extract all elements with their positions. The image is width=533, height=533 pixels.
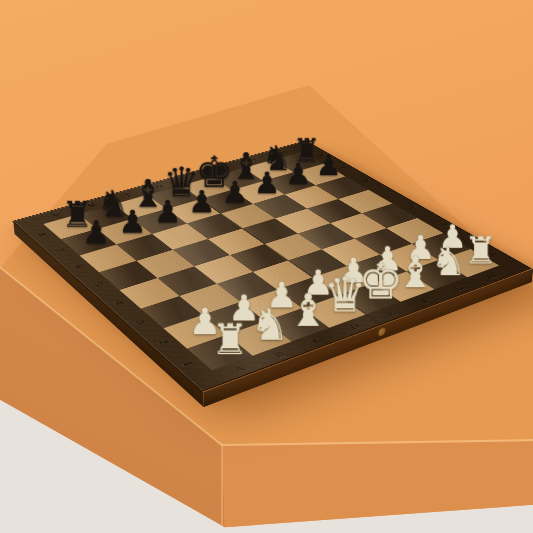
rank-label-left-2: 2 (137, 331, 189, 355)
rank-label-left-3: 3 (115, 311, 166, 334)
rank-label-left-5: 5 (74, 274, 123, 295)
piece-white-pawn-e2: ♟ (332, 254, 376, 288)
rank-label-right-7: 7 (323, 160, 363, 175)
rank-label-right-8: 8 (302, 148, 341, 162)
rank-label-left-7: 7 (36, 241, 82, 260)
rank-label-left-6: 6 (54, 257, 102, 277)
rank-label-left-8: 8 (18, 226, 64, 244)
scene: ♜♞♝♛♚♝♞♜♟♟♟♟♟♟♟♟♟♟♟♟♟♟♟♟♜♞♝♛♚♝♞♜ AABBCCD… (0, 0, 533, 533)
brass-latch (378, 327, 385, 337)
pedestal-corner-edge (221, 446, 223, 527)
